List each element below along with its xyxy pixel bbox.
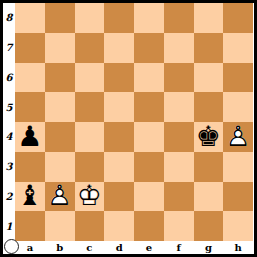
square-c6[interactable] — [75, 63, 105, 93]
square-b6[interactable] — [45, 63, 75, 93]
rank-label-8: 8 — [3, 3, 15, 33]
square-a6[interactable] — [15, 63, 45, 93]
square-g6[interactable] — [194, 63, 224, 93]
square-c4[interactable] — [75, 122, 105, 152]
square-g7[interactable] — [194, 33, 224, 63]
rank-label-1: 1 — [3, 211, 15, 241]
piece-white-king[interactable]: ♚♔ — [75, 182, 105, 212]
piece-black-pawn[interactable]: ♟ — [15, 122, 45, 152]
square-g8[interactable] — [194, 3, 224, 33]
file-label-b: b — [45, 241, 75, 254]
rank-label-2: 2 — [3, 182, 15, 212]
square-d4[interactable] — [104, 122, 134, 152]
square-g1[interactable] — [194, 211, 224, 241]
square-a4[interactable]: ♟ — [15, 122, 45, 152]
square-d8[interactable] — [104, 3, 134, 33]
square-a8[interactable] — [15, 3, 45, 33]
file-labels: abcdefgh — [15, 241, 253, 254]
square-b2[interactable]: ♟♙ — [45, 182, 75, 212]
square-d7[interactable] — [104, 33, 134, 63]
square-a2[interactable]: ♝ — [15, 182, 45, 212]
square-f2[interactable] — [164, 182, 194, 212]
square-f8[interactable] — [164, 3, 194, 33]
rank-label-5: 5 — [3, 92, 15, 122]
square-e4[interactable] — [134, 122, 164, 152]
board: ♟♚♟♙♝♟♙♚♔ — [15, 3, 253, 241]
square-c1[interactable] — [75, 211, 105, 241]
square-e5[interactable] — [134, 92, 164, 122]
square-c7[interactable] — [75, 33, 105, 63]
rank-label-3: 3 — [3, 152, 15, 182]
square-e6[interactable] — [134, 63, 164, 93]
square-a3[interactable] — [15, 152, 45, 182]
piece-white-pawn[interactable]: ♟♙ — [45, 182, 75, 212]
square-b8[interactable] — [45, 3, 75, 33]
square-e8[interactable] — [134, 3, 164, 33]
square-b4[interactable] — [45, 122, 75, 152]
square-f5[interactable] — [164, 92, 194, 122]
square-b5[interactable] — [45, 92, 75, 122]
square-c3[interactable] — [75, 152, 105, 182]
white-to-move-indicator — [4, 239, 19, 254]
square-h3[interactable] — [223, 152, 253, 182]
square-e2[interactable] — [134, 182, 164, 212]
piece-white-pawn[interactable]: ♟♙ — [223, 122, 253, 152]
file-label-c: c — [75, 241, 105, 254]
square-b1[interactable] — [45, 211, 75, 241]
square-h6[interactable] — [223, 63, 253, 93]
square-c2[interactable]: ♚♔ — [75, 182, 105, 212]
square-d3[interactable] — [104, 152, 134, 182]
piece-black-king[interactable]: ♚ — [194, 122, 224, 152]
square-f6[interactable] — [164, 63, 194, 93]
rank-label-7: 7 — [3, 33, 15, 63]
square-c5[interactable] — [75, 92, 105, 122]
square-g3[interactable] — [194, 152, 224, 182]
file-label-a: a — [15, 241, 45, 254]
file-label-g: g — [194, 241, 224, 254]
square-d2[interactable] — [104, 182, 134, 212]
square-d6[interactable] — [104, 63, 134, 93]
square-f1[interactable] — [164, 211, 194, 241]
square-b3[interactable] — [45, 152, 75, 182]
file-label-f: f — [164, 241, 194, 254]
file-label-e: e — [134, 241, 164, 254]
square-h8[interactable] — [223, 3, 253, 33]
square-g4[interactable]: ♚ — [194, 122, 224, 152]
file-label-h: h — [223, 241, 253, 254]
square-f3[interactable] — [164, 152, 194, 182]
file-label-d: d — [104, 241, 134, 254]
rank-labels: 87654321 — [3, 3, 15, 241]
square-e7[interactable] — [134, 33, 164, 63]
square-g5[interactable] — [194, 92, 224, 122]
square-g2[interactable] — [194, 182, 224, 212]
square-h4[interactable]: ♟♙ — [223, 122, 253, 152]
square-e1[interactable] — [134, 211, 164, 241]
square-d1[interactable] — [104, 211, 134, 241]
rank-label-6: 6 — [3, 63, 15, 93]
square-a7[interactable] — [15, 33, 45, 63]
square-h5[interactable] — [223, 92, 253, 122]
square-c8[interactable] — [75, 3, 105, 33]
square-h2[interactable] — [223, 182, 253, 212]
square-a5[interactable] — [15, 92, 45, 122]
square-b7[interactable] — [45, 33, 75, 63]
square-f7[interactable] — [164, 33, 194, 63]
square-h7[interactable] — [223, 33, 253, 63]
piece-black-bishop[interactable]: ♝ — [15, 182, 45, 212]
square-h1[interactable] — [223, 211, 253, 241]
square-d5[interactable] — [104, 92, 134, 122]
rank-label-4: 4 — [3, 122, 15, 152]
square-a1[interactable] — [15, 211, 45, 241]
square-f4[interactable] — [164, 122, 194, 152]
chess-diagram: 87654321 ♟♚♟♙♝♟♙♚♔ abcdefgh — [0, 0, 257, 257]
square-e3[interactable] — [134, 152, 164, 182]
